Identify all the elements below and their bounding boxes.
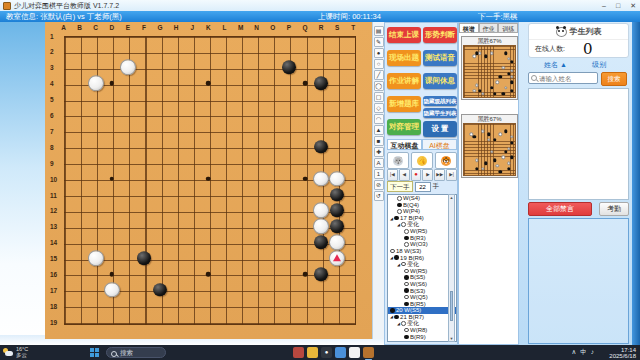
black-stone <box>153 283 167 297</box>
black-mini-stone <box>504 150 507 153</box>
star-point <box>110 272 115 277</box>
ai-mini-board <box>463 123 516 176</box>
white-mini-stone <box>510 69 513 72</box>
last-move-triangle-marker <box>333 254 341 261</box>
black-mini-stone <box>510 60 513 63</box>
ai-card-title: 黑胜67% <box>462 37 517 45</box>
window-edge-strip <box>632 22 640 345</box>
erase-mark-tool[interactable]: ⊘ <box>374 180 384 190</box>
move-tree-row[interactable]: ◢变化 <box>388 261 456 268</box>
student-panel: 学生列表 在线人数: 0 姓名 ▲ 级别 搜索 全部禁言 考勤 <box>519 22 632 345</box>
expand-icon[interactable]: ◢ <box>390 314 393 319</box>
white-mini-stone <box>490 52 493 55</box>
black-stone <box>330 204 344 218</box>
tray-icon[interactable]: ♪ <box>591 348 594 357</box>
black-mini-stone <box>484 161 487 164</box>
wolf-emoji-button[interactable]: 🐺 <box>387 152 409 169</box>
move-tree-row[interactable]: W(S4) <box>388 195 456 202</box>
row-coordinate-label: 7 <box>50 127 54 134</box>
window-title: 少儿对弈围棋平台教师版 V1.7.7.2 <box>14 1 119 11</box>
circle-mark-tool[interactable]: ◯ <box>374 81 384 91</box>
black-stone <box>314 267 328 281</box>
move-label: W(S6) <box>410 281 427 287</box>
white-mini-stone <box>504 86 507 89</box>
white-mini-stone <box>499 132 502 135</box>
tiger-emoji-button[interactable]: 🐯 <box>435 152 457 169</box>
move-tree-row[interactable]: ◢19 B(R6) <box>388 254 456 261</box>
move-label: W(R5) <box>410 228 427 234</box>
start-button-icon[interactable] <box>90 348 99 357</box>
black-move-dot <box>404 302 409 307</box>
row-coordinate-label: 12 <box>50 207 57 214</box>
expand-icon[interactable]: ◢ <box>397 262 400 267</box>
black-mini-stone <box>499 75 502 78</box>
move-tree-row[interactable]: W(O3) <box>388 241 456 248</box>
search-button[interactable]: 搜索 <box>601 72 627 86</box>
black-mini-stone <box>510 89 513 92</box>
window-background-strip <box>0 22 45 345</box>
black-mini-stone <box>493 138 496 141</box>
ai-tab-训练历史[interactable]: 训练历史 <box>498 23 518 33</box>
app-icon <box>3 2 11 10</box>
go-board[interactable]: ABCDEFGHJKLMNOPQRST123456789101112131415… <box>45 22 372 339</box>
white-mini-stone <box>478 52 481 55</box>
minimize-button[interactable]: – <box>602 0 606 11</box>
move-tree-row[interactable]: B(Q4) <box>388 202 456 209</box>
column-coordinate-label: A <box>61 24 66 31</box>
row-coordinate-label: 15 <box>50 255 57 262</box>
thumbs-up-emoji: 👍 <box>417 156 427 166</box>
column-coordinate-label: Q <box>302 24 307 31</box>
white-move-dot <box>397 209 402 214</box>
row-coordinate-label: 13 <box>50 223 57 230</box>
row-coordinate-label: 14 <box>50 239 57 246</box>
column-coordinate-label: M <box>238 24 243 31</box>
taskbar-clock[interactable]: 17:14 2025/6/18 <box>609 347 636 360</box>
white-stone <box>88 250 104 266</box>
thumbs-up-emoji-button[interactable]: 👍 <box>411 152 433 169</box>
row-coordinate-label: 6 <box>50 112 54 119</box>
go-teaching-app-window: 少儿对弈围棋平台教师版 V1.7.7.2 – □ ✕ 教室信息: 张默认(白) … <box>0 0 640 360</box>
expand-icon[interactable]: ◢ <box>390 216 393 221</box>
close-button[interactable]: ✕ <box>630 0 636 11</box>
black-stone-tool[interactable]: ● <box>374 48 384 58</box>
white-stone <box>104 282 120 298</box>
black-move-dot <box>397 203 402 208</box>
next-move-button[interactable]: ▶ <box>422 169 433 181</box>
maximize-button[interactable]: □ <box>616 0 620 11</box>
panel-button-现场出题[interactable]: 现场出题 <box>387 50 421 66</box>
taskbar-weather[interactable]: 16°C多云 <box>3 346 28 358</box>
move-tree-row[interactable]: B(R3) <box>388 235 456 242</box>
last-move-button[interactable]: ▶| <box>446 169 457 181</box>
white-mini-stone <box>501 156 504 159</box>
tab-AI棋盘[interactable]: AI棋盘 <box>422 139 457 150</box>
white-mini-stone <box>490 150 493 153</box>
panel-button-隐藏观战列表[interactable]: 隐藏观战列表 <box>423 96 457 106</box>
student-list-area[interactable] <box>528 88 629 200</box>
folder-icon[interactable] <box>307 347 318 358</box>
column-coordinate-label: C <box>93 24 98 31</box>
row-coordinate-label: 2 <box>50 48 54 55</box>
move-tree-row[interactable]: B(R5) <box>388 301 456 308</box>
column-coordinate-label: N <box>254 24 259 31</box>
row-coordinate-label: 9 <box>50 159 54 166</box>
row-coordinate-label: 10 <box>50 175 57 182</box>
expand-icon[interactable]: ◢ <box>397 222 400 227</box>
white-mini-stone <box>472 54 475 57</box>
pinned-app-icon[interactable] <box>293 347 304 358</box>
white-mini-stone <box>475 83 478 86</box>
line-tool[interactable]: ╱ <box>374 70 384 80</box>
panel-button-对弈管理[interactable]: 对弈管理 <box>387 119 421 135</box>
panel-button-作业讲解[interactable]: 作业讲解 <box>387 73 421 89</box>
online-count-label: 在线人数: <box>535 44 565 54</box>
open-file-tool[interactable]: ▤ <box>374 26 384 36</box>
tray-icon[interactable]: ∧ <box>571 348 576 357</box>
black-stone <box>330 188 344 202</box>
white-mini-stone <box>475 159 478 162</box>
star-point <box>110 176 115 181</box>
ai-panel-tabs: 棋谱作业训练历史 <box>459 23 518 33</box>
column-coordinate-label: B <box>77 24 82 31</box>
row-coordinate-label: 4 <box>50 80 54 87</box>
white-stone <box>313 203 329 219</box>
move-label: W(P4) <box>403 208 420 214</box>
white-move-dot <box>401 321 406 326</box>
star-point <box>303 176 308 181</box>
class-info-bar: 教室信息: 张默认(白) vs 丁老师(黑) 上课时间: 00:11:34 下一… <box>0 11 640 22</box>
row-coordinate-label: 18 <box>50 302 57 309</box>
panel-button-结束上课[interactable]: 结束上课 <box>387 27 421 43</box>
move-label: B(Q4) <box>403 202 419 208</box>
row-coordinate-label: 5 <box>50 96 54 103</box>
undo-tool[interactable]: ↺ <box>374 191 384 201</box>
move-label: 20 W(S5) <box>396 307 421 313</box>
black-stone <box>314 140 328 154</box>
column-coordinate-label: F <box>142 24 146 31</box>
black-stone <box>282 61 296 75</box>
triangle-mark-tool[interactable]: ▲ <box>374 125 384 135</box>
row-coordinate-label: 3 <box>50 64 54 71</box>
ai-board-card[interactable]: 黑胜67% <box>461 36 518 100</box>
column-coordinate-label: D <box>109 24 114 31</box>
column-coordinate-label: G <box>158 24 163 31</box>
clock-date: 2025/6/18 <box>609 353 636 359</box>
move-tree-row[interactable]: W(D3) <box>388 340 456 342</box>
black-mini-stone <box>499 170 502 173</box>
taskbar-search-label: 搜索 <box>120 349 133 356</box>
weather-condition: 多云 <box>16 352 27 358</box>
white-stone <box>120 60 136 76</box>
move-tree-row[interactable]: B(R9) <box>388 333 456 340</box>
edit-tool[interactable]: ✎ <box>374 37 384 47</box>
black-stone <box>137 251 151 265</box>
move-label: W(O3) <box>410 241 428 247</box>
search-icon <box>111 351 117 357</box>
move-label: W(S4) <box>403 195 420 201</box>
move-label: B(R9) <box>410 334 426 340</box>
white-stone <box>329 234 345 250</box>
black-mini-stone <box>510 81 513 84</box>
diamond-mark-tool[interactable]: ◇ <box>374 103 384 113</box>
tiger-emoji: 🐯 <box>441 156 451 166</box>
white-mini-stone <box>510 135 513 138</box>
go-app-icon[interactable] <box>363 347 374 358</box>
star-point <box>110 81 115 86</box>
wolf-emoji: 🐺 <box>393 156 403 166</box>
ai-board-card[interactable]: 黑胜67% <box>461 114 518 178</box>
row-coordinate-label: 16 <box>50 271 57 278</box>
white-move-dot <box>390 249 395 254</box>
expand-icon[interactable]: ◢ <box>397 321 400 326</box>
column-coordinate-label: T <box>351 24 355 31</box>
star-point <box>303 272 308 277</box>
taskbar-search[interactable]: 搜索 <box>106 347 166 358</box>
move-tree-scrollbar[interactable]: ▲▼ <box>448 194 455 342</box>
white-mini-stone <box>507 161 510 164</box>
black-mini-stone <box>510 156 513 159</box>
column-coordinate-label: S <box>335 24 339 31</box>
white-move-dot <box>404 269 409 274</box>
sort-by-name-link[interactable]: 姓名 ▲ <box>544 60 567 70</box>
cross-mark-tool[interactable]: ✚ <box>374 147 384 157</box>
black-mini-stone <box>504 130 507 133</box>
black-mini-stone <box>487 132 490 135</box>
black-stone <box>314 76 328 90</box>
fast-forward-button[interactable]: ▶▶ <box>434 169 445 181</box>
white-move-dot <box>404 229 409 234</box>
row-coordinate-label: 19 <box>50 318 57 325</box>
chat-area <box>528 218 629 344</box>
next-move-tooltip: 下一手 <box>387 181 413 192</box>
sort-by-level-link[interactable]: 级别 <box>592 60 606 70</box>
move-tree-row[interactable]: W(R5) <box>388 268 456 275</box>
row-coordinate-label: 17 <box>50 286 57 293</box>
move-label: W(R5) <box>410 268 427 274</box>
move-label: B(S5) <box>410 274 425 280</box>
record-button[interactable]: ● <box>411 169 422 181</box>
black-move-dot <box>404 275 409 280</box>
panel-button-隐藏学生列表[interactable]: 隐藏学生列表 <box>423 108 457 118</box>
move-tree-row[interactable]: W(R5) <box>388 228 456 235</box>
board-mode-tabs: 互动棋盘AI棋盘 <box>387 139 457 150</box>
black-stone <box>314 235 328 249</box>
letter-mark-tool[interactable]: A <box>374 158 384 168</box>
user-app-icon[interactable] <box>335 347 346 358</box>
move-label: B(R3) <box>410 235 426 241</box>
expand-icon[interactable]: ◢ <box>390 255 393 260</box>
panda-icon <box>556 27 567 37</box>
white-mini-stone <box>481 167 484 170</box>
ellipse-mark-tool[interactable]: ◠ <box>374 114 384 124</box>
scrollbar-thumb[interactable] <box>450 291 453 321</box>
black-mini-stone <box>484 54 487 57</box>
panel-button-形势判断[interactable]: 形势判断 <box>423 27 457 43</box>
white-stone-tool[interactable]: ○ <box>374 59 384 69</box>
filled-square-tool[interactable]: ■ <box>374 136 384 146</box>
white-stone <box>313 171 329 187</box>
move-tree-row[interactable]: 18 W(S3) <box>388 248 456 255</box>
white-mini-stone <box>496 164 499 167</box>
attendance-button[interactable]: 考勤 <box>599 202 629 216</box>
panel-button-新增题库[interactable]: 新增题库 <box>387 96 421 112</box>
row-coordinate-label: 8 <box>50 143 54 150</box>
move-tree-row[interactable]: 20 W(S5) <box>388 307 456 314</box>
mute-all-button[interactable]: 全部禁言 <box>528 202 592 216</box>
panel-button-测试语音[interactable]: 测试语音 <box>423 50 457 66</box>
star-point <box>206 176 211 181</box>
move-number-input[interactable] <box>415 182 431 192</box>
tab-互动棋盘[interactable]: 互动棋盘 <box>387 139 422 150</box>
ai-mini-board <box>463 45 516 98</box>
move-unit-label: 手 <box>433 182 440 191</box>
black-mini-stone <box>472 135 475 138</box>
student-list-card: 学生列表 在线人数: 0 <box>528 23 629 58</box>
document-app-icon[interactable] <box>349 347 360 358</box>
move-tree-row[interactable]: ◢变化 <box>388 320 456 327</box>
row-coordinate-label: 1 <box>50 32 54 39</box>
ai-review-panel: 棋谱作业训练历史 黑胜67%黑胜67% <box>458 22 519 345</box>
column-coordinate-label: P <box>287 24 291 31</box>
ai-tab-棋谱[interactable]: 棋谱 <box>459 23 479 33</box>
black-move-dot <box>394 255 399 260</box>
black-mini-stone <box>510 141 513 144</box>
white-mini-stone <box>481 92 484 95</box>
white-stone <box>313 219 329 235</box>
move-label: W(Q5) <box>410 294 428 300</box>
black-move-dot <box>404 236 409 241</box>
white-move-dot <box>404 328 409 333</box>
student-search-input[interactable] <box>528 72 598 84</box>
white-mini-stone <box>510 75 513 78</box>
weather-icon <box>3 348 14 357</box>
move-tree[interactable]: W(S4)B(Q4)W(P4)◢17 B(P4)◢变化W(R5)B(R3)W(O… <box>387 194 457 342</box>
annotation-toolbar: ▤✎●○╱◯▢◇◠▲■✚A1⊘↺ <box>372 22 384 339</box>
black-stone <box>330 220 344 234</box>
ai-card-title: 黑胜67% <box>462 115 517 123</box>
student-list-title: 学生列表 <box>570 26 602 37</box>
white-move-dot <box>401 262 406 267</box>
first-move-button[interactable]: |◀ <box>387 169 398 181</box>
black-move-dot <box>394 216 399 221</box>
star-point <box>303 81 308 86</box>
black-move-dot <box>404 288 409 293</box>
white-move-dot <box>397 196 402 201</box>
black-mini-stone <box>493 92 496 95</box>
white-stone <box>329 171 345 187</box>
column-coordinate-label: L <box>223 24 227 31</box>
ai-tab-作业[interactable]: 作业 <box>479 23 499 33</box>
emoji-button-row: 🐺👍🐯 <box>387 152 457 169</box>
class-time-label: 上课时间: 00:11:34 <box>318 11 381 22</box>
square-mark-tool[interactable]: ▢ <box>374 92 384 102</box>
black-mini-stone <box>475 167 478 170</box>
column-coordinate-label: O <box>270 24 275 31</box>
next-move-label: 下一手:黑棋 <box>478 11 518 22</box>
star-point <box>206 81 211 86</box>
control-panel: 互动棋盘AI棋盘 🐺👍🐯 |◀◀●▶▶▶▶| 下一手 手 W(S4)B(Q4)W… <box>384 22 458 345</box>
sort-arrow-icon: ▲ <box>560 61 567 68</box>
move-tree-row[interactable]: W(P4) <box>388 208 456 215</box>
taskbar-app-icons: ● <box>293 347 374 358</box>
dark-app-icon[interactable]: ● <box>321 347 332 358</box>
white-mini-stone <box>472 89 475 92</box>
black-mini-stone <box>493 159 496 162</box>
white-mini-stone <box>501 66 504 69</box>
white-move-dot <box>404 295 409 300</box>
white-stone <box>329 250 345 266</box>
clock-time: 17:14 <box>621 347 636 353</box>
move-tree-row[interactable]: W(S6) <box>388 281 456 288</box>
move-label: W(D3) <box>410 340 427 342</box>
column-coordinate-label: K <box>206 24 211 31</box>
move-label: B(S3) <box>410 288 425 294</box>
white-move-dot <box>404 341 409 342</box>
white-mini-stone <box>507 147 510 150</box>
move-tree-row[interactable]: W(Q5) <box>388 294 456 301</box>
black-mini-stone <box>501 92 504 95</box>
move-label: B(R5) <box>410 301 426 307</box>
white-move-dot <box>401 222 406 227</box>
black-move-dot <box>404 335 409 340</box>
move-label: W(R8) <box>410 327 427 333</box>
white-stone <box>88 75 104 91</box>
white-mini-stone <box>481 130 484 133</box>
move-navigation-row: |◀◀●▶▶▶▶| <box>387 169 457 181</box>
room-info-label: 教室信息: 张默认(白) vs 丁老师(黑) <box>6 11 122 22</box>
black-mini-stone <box>490 86 493 89</box>
search-icon <box>531 75 537 81</box>
black-mini-stone <box>504 52 507 55</box>
move-tree-row[interactable]: W(R8) <box>388 327 456 334</box>
white-mini-stone <box>487 138 490 141</box>
white-move-dot <box>404 242 409 247</box>
black-mini-stone <box>507 167 510 170</box>
black-move-dot <box>394 315 399 320</box>
column-coordinate-label: E <box>126 24 130 31</box>
black-move-dot <box>390 308 395 313</box>
move-tree-row[interactable]: B(S3) <box>388 287 456 294</box>
online-count-value: 0 <box>583 40 593 58</box>
move-label: 18 W(S3) <box>396 248 421 254</box>
column-coordinate-label: J <box>190 24 194 31</box>
taskbar-tray: ∧中♪ <box>571 348 594 357</box>
white-move-dot <box>404 282 409 287</box>
column-coordinate-label: R <box>319 24 324 31</box>
move-tree-row[interactable]: ◢变化 <box>388 221 456 228</box>
panel-button-课间休息[interactable]: 课间休息 <box>423 73 457 89</box>
tray-icon[interactable]: 中 <box>580 348 587 357</box>
row-coordinate-label: 11 <box>50 191 57 198</box>
panel-button-设 置[interactable]: 设 置 <box>423 121 457 137</box>
white-mini-stone <box>496 81 499 84</box>
number-mark-tool[interactable]: 1 <box>374 169 384 179</box>
move-tree-row[interactable]: B(S5) <box>388 274 456 281</box>
prev-move-button[interactable]: ◀ <box>399 169 410 181</box>
taskbar: 16°C多云 搜索 ● ∧中♪ 17:14 2025/6/18 <box>0 345 640 360</box>
move-tree-row[interactable]: ◢21 B(R7) <box>388 314 456 321</box>
step-row: 下一手 手 <box>387 181 457 192</box>
move-tree-row[interactable]: ◢17 B(P4) <box>388 215 456 222</box>
column-coordinate-label: H <box>174 24 179 31</box>
star-point <box>206 272 211 277</box>
